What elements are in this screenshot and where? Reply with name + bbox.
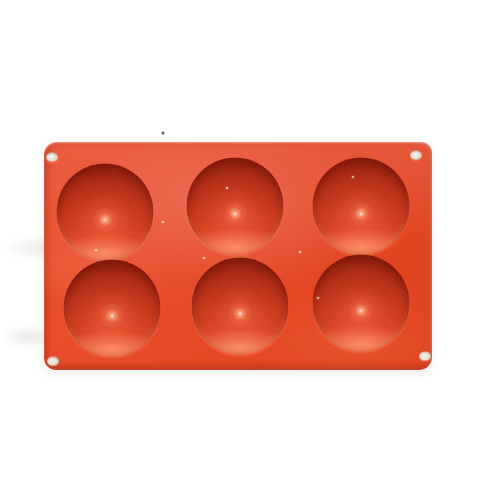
corner-hole-3 bbox=[47, 357, 59, 366]
corner-hole-2 bbox=[410, 151, 422, 160]
silicone-mold-tray bbox=[44, 142, 432, 370]
corner-hole-1 bbox=[46, 153, 58, 162]
mold-cavity-1-2 bbox=[187, 158, 284, 255]
corner-hole-4 bbox=[419, 352, 431, 361]
dust-speck-8 bbox=[162, 132, 165, 135]
photo-canvas bbox=[0, 0, 500, 500]
mold-cavity-1-3 bbox=[313, 158, 410, 255]
mold-cavity-2-3 bbox=[313, 255, 410, 352]
mold-cavity-2-2 bbox=[192, 258, 289, 355]
mold-cavity-2-1 bbox=[64, 260, 161, 357]
mold-cavity-1-1 bbox=[57, 164, 154, 261]
